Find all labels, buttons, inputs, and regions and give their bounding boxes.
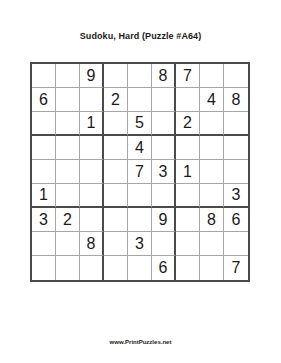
cell-r3c1[interactable]: [32, 112, 56, 136]
cell-r9c9[interactable]: 7: [224, 256, 248, 280]
cell-r1c5[interactable]: [128, 64, 152, 88]
cell-r9c5[interactable]: [128, 256, 152, 280]
cell-r1c7[interactable]: 7: [176, 64, 200, 88]
cell-r1c9[interactable]: [224, 64, 248, 88]
cell-r4c8[interactable]: [200, 136, 224, 160]
cell-r7c7[interactable]: [176, 208, 200, 232]
cell-r9c3[interactable]: [80, 256, 104, 280]
cell-r4c1[interactable]: [32, 136, 56, 160]
cell-r3c2[interactable]: [56, 112, 80, 136]
cell-r4c6[interactable]: [152, 136, 176, 160]
cell-r4c5[interactable]: 4: [128, 136, 152, 160]
cell-r2c4[interactable]: 2: [104, 88, 128, 112]
cell-r5c9[interactable]: [224, 160, 248, 184]
cell-r9c4[interactable]: [104, 256, 128, 280]
cell-r3c5[interactable]: 5: [128, 112, 152, 136]
cell-r7c1[interactable]: 3: [32, 208, 56, 232]
cell-r6c6[interactable]: [152, 184, 176, 208]
page-title: Sudoku, Hard (Puzzle #A64): [0, 31, 281, 41]
cell-r7c2[interactable]: 2: [56, 208, 80, 232]
cell-r9c6[interactable]: 6: [152, 256, 176, 280]
footer-url: www.PrintPuzzles.net: [0, 339, 281, 345]
cell-r5c4[interactable]: [104, 160, 128, 184]
cell-r3c8[interactable]: [200, 112, 224, 136]
cell-r5c6[interactable]: 3: [152, 160, 176, 184]
cell-r8c9[interactable]: [224, 232, 248, 256]
cell-r3c9[interactable]: [224, 112, 248, 136]
cell-r2c3[interactable]: [80, 88, 104, 112]
cell-r1c2[interactable]: [56, 64, 80, 88]
cell-r5c7[interactable]: 1: [176, 160, 200, 184]
cell-r7c9[interactable]: 6: [224, 208, 248, 232]
cell-r7c5[interactable]: [128, 208, 152, 232]
cell-r5c1[interactable]: [32, 160, 56, 184]
cell-r6c7[interactable]: [176, 184, 200, 208]
cell-r1c4[interactable]: [104, 64, 128, 88]
cell-r9c7[interactable]: [176, 256, 200, 280]
cell-r2c1[interactable]: 6: [32, 88, 56, 112]
cell-r5c5[interactable]: 7: [128, 160, 152, 184]
cell-r7c8[interactable]: 8: [200, 208, 224, 232]
cell-r5c3[interactable]: [80, 160, 104, 184]
cell-r6c3[interactable]: [80, 184, 104, 208]
cell-r1c3[interactable]: 9: [80, 64, 104, 88]
cell-r6c8[interactable]: [200, 184, 224, 208]
cell-r8c7[interactable]: [176, 232, 200, 256]
cell-r8c4[interactable]: [104, 232, 128, 256]
cell-r9c2[interactable]: [56, 256, 80, 280]
cell-r4c4[interactable]: [104, 136, 128, 160]
cell-r3c7[interactable]: 2: [176, 112, 200, 136]
cell-r3c4[interactable]: [104, 112, 128, 136]
cell-r6c4[interactable]: [104, 184, 128, 208]
cell-r7c3[interactable]: [80, 208, 104, 232]
cell-r8c3[interactable]: 8: [80, 232, 104, 256]
cell-r8c1[interactable]: [32, 232, 56, 256]
cell-r4c9[interactable]: [224, 136, 248, 160]
cell-r2c6[interactable]: [152, 88, 176, 112]
cell-r1c6[interactable]: 8: [152, 64, 176, 88]
cell-r4c7[interactable]: [176, 136, 200, 160]
cell-r2c9[interactable]: 8: [224, 88, 248, 112]
cell-r5c8[interactable]: [200, 160, 224, 184]
cell-r5c2[interactable]: [56, 160, 80, 184]
cell-r1c1[interactable]: [32, 64, 56, 88]
cell-r6c9[interactable]: 3: [224, 184, 248, 208]
cell-r7c6[interactable]: 9: [152, 208, 176, 232]
cell-r7c4[interactable]: [104, 208, 128, 232]
sudoku-grid: 9876248152473113329868367: [30, 62, 250, 282]
cell-r8c5[interactable]: 3: [128, 232, 152, 256]
cell-r1c8[interactable]: [200, 64, 224, 88]
cell-r3c3[interactable]: 1: [80, 112, 104, 136]
cell-r8c6[interactable]: [152, 232, 176, 256]
cell-r8c2[interactable]: [56, 232, 80, 256]
cell-r8c8[interactable]: [200, 232, 224, 256]
cell-r2c8[interactable]: 4: [200, 88, 224, 112]
cell-r6c1[interactable]: 1: [32, 184, 56, 208]
cell-r9c1[interactable]: [32, 256, 56, 280]
cell-r6c2[interactable]: [56, 184, 80, 208]
cell-r4c2[interactable]: [56, 136, 80, 160]
cell-r3c6[interactable]: [152, 112, 176, 136]
cell-r2c5[interactable]: [128, 88, 152, 112]
cell-r2c2[interactable]: [56, 88, 80, 112]
cell-r4c3[interactable]: [80, 136, 104, 160]
cell-r2c7[interactable]: [176, 88, 200, 112]
cell-r9c8[interactable]: [200, 256, 224, 280]
cell-r6c5[interactable]: [128, 184, 152, 208]
